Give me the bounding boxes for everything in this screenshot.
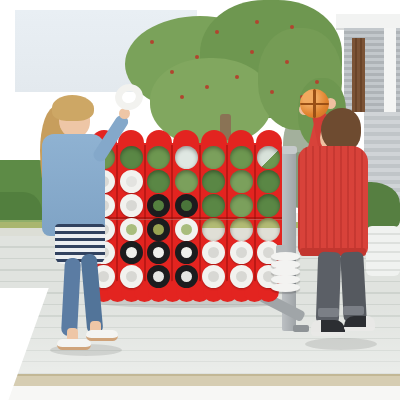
girl-sandal: [57, 339, 91, 350]
girl-sandal: [86, 330, 118, 341]
cell-r6c5-white-ring: [202, 265, 225, 288]
girl-hair: [52, 95, 94, 121]
cell-r1c7-empty: [257, 146, 280, 169]
cell-r2c4-empty: [175, 170, 198, 193]
berry: [270, 90, 274, 94]
cell-r3c6-empty: [230, 194, 253, 217]
cell-r2c7-empty: [257, 170, 280, 193]
cell-r3c5-empty: [202, 194, 225, 217]
outdoor-chair: [366, 226, 400, 276]
cell-r6c4-black-ring: [175, 265, 198, 288]
cell-r3c7-empty: [257, 194, 280, 217]
berry: [205, 85, 209, 89]
berry: [235, 75, 239, 79]
cell-r2c3-empty: [147, 170, 170, 193]
boy-pant-cuff: [343, 306, 364, 315]
boy-shadow: [305, 338, 377, 350]
cell-r3c3-black-ring: [147, 194, 170, 217]
cell-r4c4-white-ring: [175, 218, 198, 241]
stand-foot-right: [293, 325, 309, 332]
berry: [170, 70, 174, 74]
cell-r2c2-white-ring: [120, 170, 143, 193]
berry: [285, 60, 289, 64]
berry: [215, 30, 219, 34]
boy-sneaker: [344, 316, 375, 331]
cell-r6c3-black-ring: [147, 265, 170, 288]
backyard-scene: [0, 0, 400, 400]
cell-r5c4-black-ring: [175, 241, 198, 264]
cell-r5c5-white-ring: [202, 241, 225, 264]
berry: [290, 25, 294, 29]
cell-r2c5-empty: [202, 170, 225, 193]
boy-sneaker: [311, 320, 345, 336]
berry: [315, 80, 319, 84]
cell-r4c5-empty: [202, 218, 225, 241]
cell-r6c6-white-ring: [230, 265, 253, 288]
cell-r1c4-empty: [175, 146, 198, 169]
cell-r2c6-empty: [230, 170, 253, 193]
cell-r1c2-empty: [120, 146, 143, 169]
cell-r3c2-white-ring: [120, 194, 143, 217]
cell-r5c6-white-ring: [230, 241, 253, 264]
cell-r1c5-empty: [202, 146, 225, 169]
spare-white-ring: [271, 283, 300, 292]
cell-r5c3-black-ring: [147, 241, 170, 264]
basketball: [300, 89, 329, 118]
girl-striped-dress: [55, 224, 105, 264]
berry: [150, 40, 154, 44]
house-wood-accent: [352, 38, 365, 112]
cell-r3c4-black-ring: [175, 194, 198, 217]
photo-margin: [0, 386, 400, 400]
berry: [180, 95, 184, 99]
cell-r4c3-black-ring: [147, 218, 170, 241]
deck-edge: [0, 374, 400, 386]
house-white-trim: [384, 28, 396, 118]
stand-post-cap: [281, 146, 297, 154]
cell-r5c2-black-ring: [120, 241, 143, 264]
boy-red-sweater: [298, 146, 368, 256]
cell-r4c2-white-ring: [120, 218, 143, 241]
cell-r4c7-empty: [257, 218, 280, 241]
cell-r4c6-empty: [230, 218, 253, 241]
berry: [255, 20, 259, 24]
berry: [250, 50, 254, 54]
cell-r1c3-empty: [147, 146, 170, 169]
berry: [195, 55, 199, 59]
boy-pant-cuff: [318, 308, 339, 317]
cell-r1c6-empty: [230, 146, 253, 169]
cell-r6c2-white-ring: [120, 265, 143, 288]
